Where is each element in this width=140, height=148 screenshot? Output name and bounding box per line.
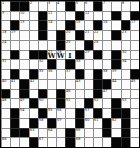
white-cell-r5c14[interactable] xyxy=(121,40,130,50)
white-cell-r14c7[interactable] xyxy=(56,128,65,138)
clue-number: 16 xyxy=(103,20,107,23)
clue-number: 66 xyxy=(2,137,6,140)
white-cell-r15c3[interactable] xyxy=(19,137,28,147)
clue-number: 29 xyxy=(85,50,89,53)
clue-number: 36 xyxy=(48,69,52,72)
white-cell-r10c6[interactable] xyxy=(47,89,56,99)
white-cell-r11c11[interactable]: 52 xyxy=(93,98,102,108)
white-cell-r4c4[interactable] xyxy=(29,30,38,40)
white-cell-r8c7[interactable] xyxy=(56,69,65,79)
white-cell-r9c10[interactable] xyxy=(84,79,93,89)
white-cell-r4c15[interactable] xyxy=(130,30,139,40)
clue-number: 11 xyxy=(48,11,52,14)
black-cell-r12c2 xyxy=(10,108,19,118)
white-cell-r15c12[interactable] xyxy=(102,137,111,147)
white-cell-r1c14[interactable]: 8 xyxy=(121,1,130,11)
black-cell-r8c15 xyxy=(130,69,139,79)
white-cell-r10c13[interactable] xyxy=(111,89,120,99)
clue-number: 14 xyxy=(48,20,52,23)
white-cell-r10c14[interactable] xyxy=(121,89,130,99)
clue-number: 61 xyxy=(94,118,98,121)
black-cell-r14c14 xyxy=(121,128,130,138)
white-cell-r6c10[interactable]: 29 xyxy=(84,50,93,60)
white-cell-r6c12[interactable] xyxy=(102,50,111,60)
clue-number: 5 xyxy=(76,1,78,4)
white-cell-r6c8[interactable]: I xyxy=(65,50,74,60)
white-cell-r4c10[interactable]: 21 xyxy=(84,30,93,40)
white-cell-r5c11[interactable]: 26 xyxy=(93,40,102,50)
black-cell-r14c12 xyxy=(102,128,111,138)
white-cell-r8c13[interactable]: 39 xyxy=(111,69,120,79)
white-cell-r8c5[interactable]: 35 xyxy=(38,69,47,79)
black-cell-r12c11 xyxy=(93,108,102,118)
white-cell-r15c2[interactable] xyxy=(10,137,19,147)
white-cell-r6c1[interactable] xyxy=(1,50,10,60)
white-cell-r6c6[interactable]: 27W xyxy=(47,50,56,60)
black-cell-r13c14 xyxy=(121,118,130,128)
white-cell-r12c8[interactable] xyxy=(65,108,74,118)
clue-number: 20 xyxy=(66,30,70,33)
white-cell-r11c8[interactable]: 51 xyxy=(65,98,74,108)
black-cell-r12c5 xyxy=(38,108,47,118)
white-cell-r12c1[interactable] xyxy=(1,108,10,118)
white-cell-r4c2[interactable]: 19 xyxy=(10,30,19,40)
white-cell-r8c14[interactable] xyxy=(121,69,130,79)
black-cell-r6c9 xyxy=(75,50,84,60)
white-cell-r4c8[interactable]: 20 xyxy=(65,30,74,40)
white-cell-r2c6[interactable]: 11 xyxy=(47,11,56,21)
white-cell-r14c1[interactable] xyxy=(1,128,10,138)
clue-number: 7 xyxy=(103,1,105,4)
black-cell-r8c11 xyxy=(93,69,102,79)
white-cell-r3c9[interactable]: 15 xyxy=(75,20,84,30)
black-cell-r6c5 xyxy=(38,50,47,60)
white-cell-r1c1[interactable]: 1 xyxy=(1,1,10,11)
white-cell-r11c5[interactable]: 50 xyxy=(38,98,47,108)
white-cell-r13c3[interactable] xyxy=(19,118,28,128)
white-cell-r5c12[interactable] xyxy=(102,40,111,50)
white-cell-r4c1[interactable]: 18 xyxy=(1,30,10,40)
white-cell-r4c11[interactable]: 22 xyxy=(93,30,102,40)
white-cell-r15c11[interactable] xyxy=(93,137,102,147)
black-cell-r11c7 xyxy=(56,98,65,108)
white-cell-r8c3[interactable] xyxy=(19,69,28,79)
white-cell-r1c9[interactable]: 5 xyxy=(75,1,84,11)
black-cell-r5c10 xyxy=(84,40,93,50)
black-cell-r13c4 xyxy=(29,118,38,128)
white-cell-r9c9[interactable]: 43 xyxy=(75,79,84,89)
clue-number: 12 xyxy=(85,11,89,14)
black-cell-r12c14 xyxy=(121,108,130,118)
black-cell-r9c3 xyxy=(19,79,28,89)
white-cell-r10c4[interactable] xyxy=(29,89,38,99)
white-cell-r2c10[interactable]: 12 xyxy=(84,11,93,21)
white-cell-r14c4[interactable]: 63 xyxy=(29,128,38,138)
black-cell-r7c13 xyxy=(111,59,120,69)
white-cell-r9c7[interactable] xyxy=(56,79,65,89)
clue-number: 52 xyxy=(94,98,98,101)
white-cell-r2c3[interactable]: 10 xyxy=(19,11,28,21)
white-cell-r13c15[interactable] xyxy=(130,118,139,128)
white-cell-r12c7[interactable]: 56 xyxy=(56,108,65,118)
clue-number: 57 xyxy=(85,108,89,111)
clue-number: 64 xyxy=(48,128,52,131)
white-cell-r13c13[interactable]: 62 xyxy=(111,118,120,128)
white-cell-r5c15[interactable] xyxy=(130,40,139,50)
white-cell-r1c5[interactable] xyxy=(38,1,47,11)
clue-number: 49 xyxy=(20,98,24,101)
white-cell-r10c9[interactable] xyxy=(75,89,84,99)
clue-number: 30 xyxy=(122,50,126,53)
white-cell-r3c12[interactable]: 16 xyxy=(102,20,111,30)
clue-number: 68 xyxy=(76,137,80,140)
clue-number: 41 xyxy=(11,79,15,82)
white-cell-r12c15[interactable] xyxy=(130,108,139,118)
clue-number: 44 xyxy=(112,79,116,82)
white-cell-r3c6[interactable]: 14 xyxy=(47,20,56,30)
clue-number: 45 xyxy=(131,79,135,82)
clue-number: 51 xyxy=(66,98,70,101)
clue-number: 48 xyxy=(2,98,6,101)
white-cell-r3c13[interactable] xyxy=(111,20,120,30)
white-cell-r13c1[interactable] xyxy=(1,118,10,128)
black-cell-r11c13 xyxy=(111,98,120,108)
black-cell-r7c8 xyxy=(65,59,74,69)
black-cell-r8c2 xyxy=(10,69,19,79)
clue-number: 2 xyxy=(30,1,32,4)
black-cell-r6c2 xyxy=(10,50,19,60)
clue-number: 13 xyxy=(20,20,24,23)
clue-number: 33 xyxy=(76,59,80,62)
clue-number: 31 xyxy=(2,59,6,62)
clue-number: 55 xyxy=(48,108,52,111)
white-cell-r3c10[interactable] xyxy=(84,20,93,30)
white-cell-r5c13[interactable] xyxy=(111,40,120,50)
white-cell-r7c14[interactable]: 34 xyxy=(121,59,130,69)
white-cell-r8c1[interactable] xyxy=(1,69,10,79)
clue-number: 24 xyxy=(2,40,6,43)
white-cell-r7c7[interactable] xyxy=(56,59,65,69)
white-cell-r11c9[interactable] xyxy=(75,98,84,108)
white-cell-r8c10[interactable] xyxy=(84,69,93,79)
clue-number: 56 xyxy=(57,108,61,111)
white-cell-r11c1[interactable]: 48 xyxy=(1,98,10,108)
black-cell-r13c9 xyxy=(75,118,84,128)
white-cell-r14c15[interactable] xyxy=(130,128,139,138)
white-cell-r15c9[interactable]: 68 xyxy=(75,137,84,147)
white-cell-r7c5[interactable]: 32 xyxy=(38,59,47,69)
clue-number: 17 xyxy=(131,20,135,23)
black-cell-r14c2 xyxy=(10,128,19,138)
white-cell-r9c4[interactable]: 42 xyxy=(29,79,38,89)
black-cell-r8c4 xyxy=(29,69,38,79)
black-cell-r1c3 xyxy=(19,1,28,11)
black-cell-r3c5 xyxy=(38,20,47,30)
clue-number: 40 xyxy=(2,79,6,82)
white-cell-r6c7[interactable]: 28W xyxy=(56,50,65,60)
white-cell-r5c5[interactable] xyxy=(38,40,47,50)
clue-number: 60 xyxy=(85,118,89,121)
white-cell-r2c11[interactable] xyxy=(93,11,102,21)
white-cell-r8c12[interactable]: 38 xyxy=(102,69,111,79)
clue-number: 23 xyxy=(122,30,126,33)
black-cell-r4c13 xyxy=(111,30,120,40)
white-cell-r2c14[interactable] xyxy=(121,11,130,21)
clue-number: 26 xyxy=(94,40,98,43)
white-cell-r7c10[interactable] xyxy=(84,59,93,69)
white-cell-r13c7[interactable]: 59 xyxy=(56,118,65,128)
clue-number: 39 xyxy=(112,69,116,72)
white-cell-r14c11[interactable] xyxy=(93,128,102,138)
white-cell-r9c6[interactable] xyxy=(47,79,56,89)
clue-number: 6 xyxy=(85,1,87,4)
black-cell-r10c7 xyxy=(56,89,65,99)
black-cell-r9c11 xyxy=(93,79,102,89)
clue-number: 47 xyxy=(103,89,107,92)
black-cell-r15c13 xyxy=(111,137,120,147)
black-cell-r5c7 xyxy=(56,40,65,50)
clue-number: 1 xyxy=(2,1,4,4)
black-cell-r4c7 xyxy=(56,30,65,40)
clue-number: 25 xyxy=(66,40,70,43)
white-cell-r2c2[interactable] xyxy=(10,11,19,21)
black-cell-r10c3 xyxy=(19,89,28,99)
fill-letter: W xyxy=(56,50,65,60)
clue-number: 65 xyxy=(76,128,80,131)
clue-number: 53 xyxy=(122,98,126,101)
clue-number: 58 xyxy=(39,118,43,121)
white-cell-r13c5[interactable]: 58 xyxy=(38,118,47,128)
white-cell-r11c14[interactable]: 53 xyxy=(121,98,130,108)
black-cell-r3c14 xyxy=(121,20,130,30)
white-cell-r15c15[interactable] xyxy=(130,137,139,147)
black-cell-r13c2 xyxy=(10,118,19,128)
white-cell-r9c14[interactable] xyxy=(121,79,130,89)
white-cell-r12c10[interactable]: 57 xyxy=(84,108,93,118)
white-cell-r6c14[interactable]: 30 xyxy=(121,50,130,60)
black-cell-r13c6 xyxy=(47,118,56,128)
white-cell-r5c9[interactable] xyxy=(75,40,84,50)
white-cell-r11c2[interactable] xyxy=(10,98,19,108)
black-cell-r2c5 xyxy=(38,11,47,21)
white-cell-r9c8[interactable] xyxy=(65,79,74,89)
white-cell-r3c15[interactable]: 17 xyxy=(130,20,139,30)
black-cell-r6c11 xyxy=(93,50,102,60)
white-cell-r3c4[interactable] xyxy=(29,20,38,30)
white-cell-r2c1[interactable]: 9 xyxy=(1,11,10,21)
white-cell-r4c14[interactable]: 23 xyxy=(121,30,130,40)
white-cell-r7c2[interactable] xyxy=(10,59,19,69)
white-cell-r7c15[interactable] xyxy=(130,59,139,69)
black-cell-r8c9 xyxy=(75,69,84,79)
white-cell-r10c15[interactable] xyxy=(130,89,139,99)
white-cell-r2c4[interactable] xyxy=(29,11,38,21)
white-cell-r1c7[interactable]: 4 xyxy=(56,1,65,11)
black-cell-r1c11 xyxy=(93,1,102,11)
clue-number: 38 xyxy=(103,69,107,72)
white-cell-r4c12[interactable] xyxy=(102,30,111,40)
white-cell-r9c1[interactable]: 40 xyxy=(1,79,10,89)
white-cell-r10c8[interactable]: 46 xyxy=(65,89,74,99)
black-cell-r1c8 xyxy=(65,1,74,11)
black-cell-r3c2 xyxy=(10,20,19,30)
white-cell-r7c11[interactable] xyxy=(93,59,102,69)
white-cell-r2c7[interactable] xyxy=(56,11,65,21)
white-cell-r8c8[interactable]: 37 xyxy=(65,69,74,79)
white-cell-r12c3[interactable]: 54 xyxy=(19,108,28,118)
black-cell-r11c10 xyxy=(84,98,93,108)
clue-number: 18 xyxy=(2,30,6,33)
white-cell-r11c12[interactable] xyxy=(102,98,111,108)
black-cell-r15c8 xyxy=(65,137,74,147)
white-cell-r9c15[interactable]: 45 xyxy=(130,79,139,89)
black-cell-r12c13 xyxy=(111,108,120,118)
black-cell-r6c4 xyxy=(29,50,38,60)
white-cell-r10c12[interactable]: 47 xyxy=(102,89,111,99)
white-cell-r14c9[interactable]: 65 xyxy=(75,128,84,138)
white-cell-r5c2[interactable] xyxy=(10,40,19,50)
clue-number: 34 xyxy=(122,59,126,62)
white-cell-r12c12[interactable] xyxy=(102,108,111,118)
black-cell-r4c9 xyxy=(75,30,84,40)
white-cell-r15c5[interactable]: 67 xyxy=(38,137,47,147)
white-cell-r12c4[interactable] xyxy=(29,108,38,118)
white-cell-r5c1[interactable]: 24 xyxy=(1,40,10,50)
clue-number: 9 xyxy=(2,11,4,14)
white-cell-r2c8[interactable] xyxy=(65,11,74,21)
white-cell-r11c15[interactable] xyxy=(130,98,139,108)
white-cell-r5c3[interactable] xyxy=(19,40,28,50)
clue-number: 10 xyxy=(20,11,24,14)
white-cell-r9c13[interactable]: 44 xyxy=(111,79,120,89)
clue-number: 46 xyxy=(66,89,70,92)
white-cell-r4c3[interactable] xyxy=(19,30,28,40)
black-cell-r4c5 xyxy=(38,30,47,40)
clue-number: 62 xyxy=(112,118,116,121)
black-cell-r3c11 xyxy=(93,20,102,30)
white-cell-r9c2[interactable]: 41 xyxy=(10,79,19,89)
white-cell-r13c10[interactable]: 60 xyxy=(84,118,93,128)
white-cell-r11c6[interactable] xyxy=(47,98,56,108)
clue-number: 22 xyxy=(94,30,98,33)
crossword-grid: 1234567891011121314151617181920212223242… xyxy=(0,0,140,148)
fill-letter: I xyxy=(65,50,74,60)
white-cell-r10c2[interactable] xyxy=(10,89,19,99)
white-cell-r15c10[interactable] xyxy=(84,137,93,147)
black-cell-r15c4 xyxy=(29,137,38,147)
white-cell-r14c6[interactable]: 64 xyxy=(47,128,56,138)
black-cell-r9c12 xyxy=(102,79,111,89)
clue-number: 67 xyxy=(39,137,43,140)
clue-number: 50 xyxy=(39,98,43,101)
white-cell-r15c6[interactable] xyxy=(47,137,56,147)
white-cell-r7c9[interactable]: 33 xyxy=(75,59,84,69)
white-cell-r11c3[interactable]: 49 xyxy=(19,98,28,108)
white-cell-r14c10[interactable] xyxy=(84,128,93,138)
white-cell-r6c15[interactable] xyxy=(130,50,139,60)
black-cell-r15c14 xyxy=(121,137,130,147)
white-cell-r14c13[interactable] xyxy=(111,128,120,138)
black-cell-r2c15 xyxy=(130,11,139,21)
white-cell-r5c8[interactable]: 25 xyxy=(65,40,74,50)
clue-number: 35 xyxy=(39,69,43,72)
black-cell-r14c3 xyxy=(19,128,28,138)
black-cell-r10c1 xyxy=(1,89,10,99)
white-cell-r15c1[interactable]: 66 xyxy=(1,137,10,147)
white-cell-r1c4[interactable]: 2 xyxy=(29,1,38,11)
white-cell-r6c3[interactable] xyxy=(19,50,28,60)
white-cell-r3c3[interactable]: 13 xyxy=(19,20,28,30)
black-cell-r2c13 xyxy=(111,11,120,21)
white-cell-r2c12[interactable] xyxy=(102,11,111,21)
clue-number: 54 xyxy=(20,108,24,111)
fill-letter: W xyxy=(47,50,56,60)
black-cell-r1c2 xyxy=(10,1,19,11)
black-cell-r7c6 xyxy=(47,59,56,69)
white-cell-r15c7[interactable] xyxy=(56,137,65,147)
black-cell-r12c9 xyxy=(75,108,84,118)
clue-number: 3 xyxy=(48,1,50,4)
black-cell-r14c8 xyxy=(65,128,74,138)
clue-number: 32 xyxy=(39,59,43,62)
clue-number: 59 xyxy=(57,118,61,121)
white-cell-r1c15[interactable] xyxy=(130,1,139,11)
clue-number: 21 xyxy=(85,30,89,33)
black-cell-r2c9 xyxy=(75,11,84,21)
white-cell-r14c5[interactable] xyxy=(38,128,47,138)
white-cell-r7c4[interactable] xyxy=(29,59,38,69)
clue-number: 37 xyxy=(66,69,70,72)
white-cell-r10c10[interactable] xyxy=(84,89,93,99)
black-cell-r13c12 xyxy=(102,118,111,128)
black-cell-r3c8 xyxy=(65,20,74,30)
white-cell-r3c1[interactable] xyxy=(1,20,10,30)
clue-number: 19 xyxy=(11,30,15,33)
white-cell-r5c4[interactable] xyxy=(29,40,38,50)
clue-number: 63 xyxy=(30,128,34,131)
white-cell-r1c13[interactable] xyxy=(111,1,120,11)
white-cell-r7c12[interactable] xyxy=(102,59,111,69)
white-cell-r7c3[interactable] xyxy=(19,59,28,69)
clue-number: 42 xyxy=(30,79,34,82)
black-cell-r10c11 xyxy=(93,89,102,99)
white-cell-r1c6[interactable]: 3 xyxy=(47,1,56,11)
black-cell-r6c13 xyxy=(111,50,120,60)
white-cell-r13c11[interactable]: 61 xyxy=(93,118,102,128)
white-cell-r3c7[interactable] xyxy=(56,20,65,30)
clue-number: 8 xyxy=(122,1,124,4)
white-cell-r7c1[interactable]: 31 xyxy=(1,59,10,69)
clue-number: 4 xyxy=(57,1,59,4)
white-cell-r12c6[interactable]: 55 xyxy=(47,108,56,118)
black-cell-r10c5 xyxy=(38,89,47,99)
white-cell-r1c10[interactable]: 6 xyxy=(84,1,93,11)
white-cell-r1c12[interactable]: 7 xyxy=(102,1,111,11)
clue-number: 43 xyxy=(76,79,80,82)
white-cell-r5c6[interactable] xyxy=(47,40,56,50)
white-cell-r4c6[interactable] xyxy=(47,30,56,40)
white-cell-r8c6[interactable]: 36 xyxy=(47,69,56,79)
black-cell-r11c4 xyxy=(29,98,38,108)
clue-number: 15 xyxy=(76,20,80,23)
white-cell-r9c5[interactable] xyxy=(38,79,47,89)
white-cell-r13c8[interactable] xyxy=(65,118,74,128)
